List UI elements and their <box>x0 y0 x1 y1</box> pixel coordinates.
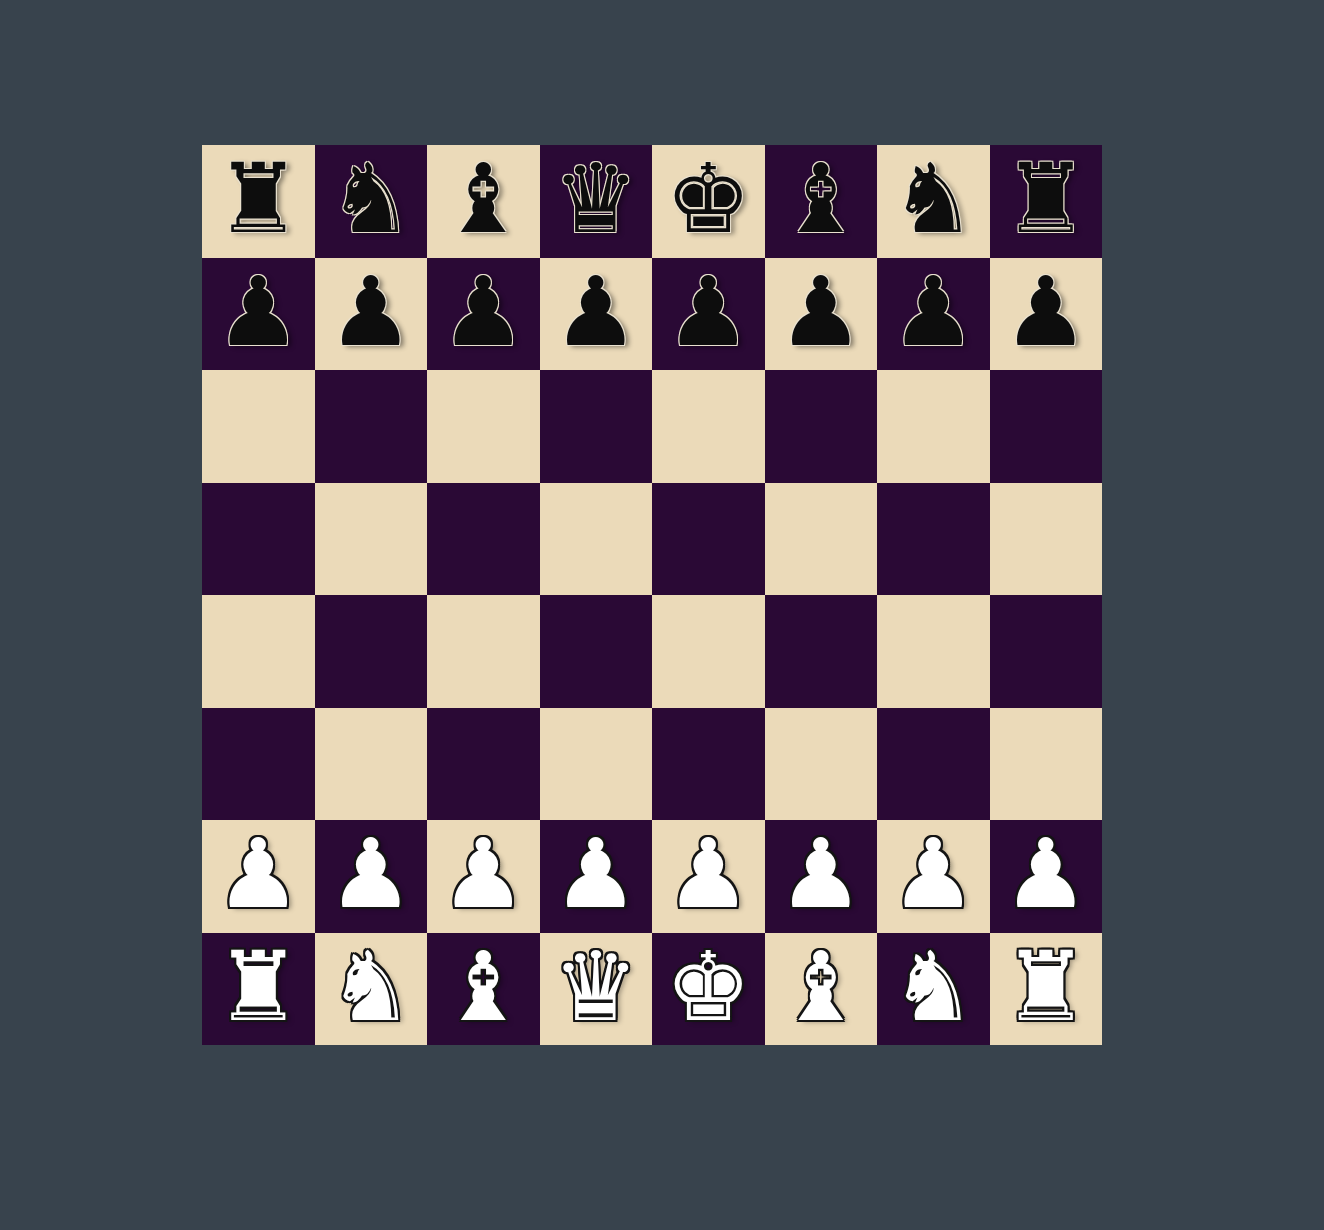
square-h4[interactable] <box>990 595 1103 708</box>
square-d6[interactable] <box>540 370 653 483</box>
square-g2[interactable]: ♟ <box>877 820 990 933</box>
square-g1[interactable]: ♞ <box>877 933 990 1046</box>
square-e6[interactable] <box>652 370 765 483</box>
black-rook-piece[interactable]: ♜ <box>1003 151 1089 247</box>
square-f8[interactable]: ♝ <box>765 145 878 258</box>
square-b1[interactable]: ♞ <box>315 933 428 1046</box>
square-d2[interactable]: ♟ <box>540 820 653 933</box>
square-e8[interactable]: ♚ <box>652 145 765 258</box>
square-c5[interactable] <box>427 483 540 596</box>
square-a6[interactable] <box>202 370 315 483</box>
square-a1[interactable]: ♜ <box>202 933 315 1046</box>
square-g8[interactable]: ♞ <box>877 145 990 258</box>
square-b2[interactable]: ♟ <box>315 820 428 933</box>
black-pawn-piece[interactable]: ♟ <box>778 264 864 360</box>
white-pawn-piece[interactable]: ♟ <box>328 826 414 922</box>
black-bishop-piece[interactable]: ♝ <box>440 151 526 247</box>
white-pawn-piece[interactable]: ♟ <box>778 826 864 922</box>
square-d7[interactable]: ♟ <box>540 258 653 371</box>
white-bishop-piece[interactable]: ♝ <box>440 939 526 1035</box>
square-b4[interactable] <box>315 595 428 708</box>
square-g6[interactable] <box>877 370 990 483</box>
square-h3[interactable] <box>990 708 1103 821</box>
chess-board: ♜♞♝♛♚♝♞♜♟♟♟♟♟♟♟♟♟♟♟♟♟♟♟♟♜♞♝♛♚♝♞♜ <box>202 145 1102 1045</box>
square-d1[interactable]: ♛ <box>540 933 653 1046</box>
white-bishop-piece[interactable]: ♝ <box>778 939 864 1035</box>
square-g3[interactable] <box>877 708 990 821</box>
white-rook-piece[interactable]: ♜ <box>215 939 301 1035</box>
square-e1[interactable]: ♚ <box>652 933 765 1046</box>
square-e2[interactable]: ♟ <box>652 820 765 933</box>
white-king-piece[interactable]: ♚ <box>665 939 751 1035</box>
white-pawn-piece[interactable]: ♟ <box>553 826 639 922</box>
square-f7[interactable]: ♟ <box>765 258 878 371</box>
square-c4[interactable] <box>427 595 540 708</box>
black-king-piece[interactable]: ♚ <box>665 151 751 247</box>
square-f1[interactable]: ♝ <box>765 933 878 1046</box>
square-f4[interactable] <box>765 595 878 708</box>
black-pawn-piece[interactable]: ♟ <box>890 264 976 360</box>
black-rook-piece[interactable]: ♜ <box>215 151 301 247</box>
white-queen-piece[interactable]: ♛ <box>553 939 639 1035</box>
square-a5[interactable] <box>202 483 315 596</box>
square-h1[interactable]: ♜ <box>990 933 1103 1046</box>
black-queen-piece[interactable]: ♛ <box>553 151 639 247</box>
square-g4[interactable] <box>877 595 990 708</box>
square-a7[interactable]: ♟ <box>202 258 315 371</box>
square-b8[interactable]: ♞ <box>315 145 428 258</box>
square-e5[interactable] <box>652 483 765 596</box>
square-b3[interactable] <box>315 708 428 821</box>
black-pawn-piece[interactable]: ♟ <box>553 264 639 360</box>
black-pawn-piece[interactable]: ♟ <box>1003 264 1089 360</box>
white-knight-piece[interactable]: ♞ <box>890 939 976 1035</box>
white-pawn-piece[interactable]: ♟ <box>890 826 976 922</box>
square-g7[interactable]: ♟ <box>877 258 990 371</box>
square-c2[interactable]: ♟ <box>427 820 540 933</box>
square-c7[interactable]: ♟ <box>427 258 540 371</box>
white-pawn-piece[interactable]: ♟ <box>440 826 526 922</box>
square-a2[interactable]: ♟ <box>202 820 315 933</box>
square-g5[interactable] <box>877 483 990 596</box>
square-b7[interactable]: ♟ <box>315 258 428 371</box>
square-c8[interactable]: ♝ <box>427 145 540 258</box>
square-d4[interactable] <box>540 595 653 708</box>
square-a3[interactable] <box>202 708 315 821</box>
square-c6[interactable] <box>427 370 540 483</box>
square-e7[interactable]: ♟ <box>652 258 765 371</box>
square-d3[interactable] <box>540 708 653 821</box>
square-f6[interactable] <box>765 370 878 483</box>
square-e3[interactable] <box>652 708 765 821</box>
square-f2[interactable]: ♟ <box>765 820 878 933</box>
black-pawn-piece[interactable]: ♟ <box>440 264 526 360</box>
square-f3[interactable] <box>765 708 878 821</box>
black-knight-piece[interactable]: ♞ <box>890 151 976 247</box>
black-pawn-piece[interactable]: ♟ <box>215 264 301 360</box>
square-h2[interactable]: ♟ <box>990 820 1103 933</box>
square-c3[interactable] <box>427 708 540 821</box>
square-b5[interactable] <box>315 483 428 596</box>
square-h8[interactable]: ♜ <box>990 145 1103 258</box>
white-pawn-piece[interactable]: ♟ <box>215 826 301 922</box>
square-a8[interactable]: ♜ <box>202 145 315 258</box>
square-h6[interactable] <box>990 370 1103 483</box>
square-e4[interactable] <box>652 595 765 708</box>
black-pawn-piece[interactable]: ♟ <box>328 264 414 360</box>
white-pawn-piece[interactable]: ♟ <box>1003 826 1089 922</box>
white-knight-piece[interactable]: ♞ <box>328 939 414 1035</box>
square-d5[interactable] <box>540 483 653 596</box>
square-c1[interactable]: ♝ <box>427 933 540 1046</box>
white-pawn-piece[interactable]: ♟ <box>665 826 751 922</box>
black-knight-piece[interactable]: ♞ <box>328 151 414 247</box>
square-h5[interactable] <box>990 483 1103 596</box>
square-f5[interactable] <box>765 483 878 596</box>
square-d8[interactable]: ♛ <box>540 145 653 258</box>
black-bishop-piece[interactable]: ♝ <box>778 151 864 247</box>
square-b6[interactable] <box>315 370 428 483</box>
white-rook-piece[interactable]: ♜ <box>1003 939 1089 1035</box>
black-pawn-piece[interactable]: ♟ <box>665 264 751 360</box>
square-h7[interactable]: ♟ <box>990 258 1103 371</box>
square-a4[interactable] <box>202 595 315 708</box>
